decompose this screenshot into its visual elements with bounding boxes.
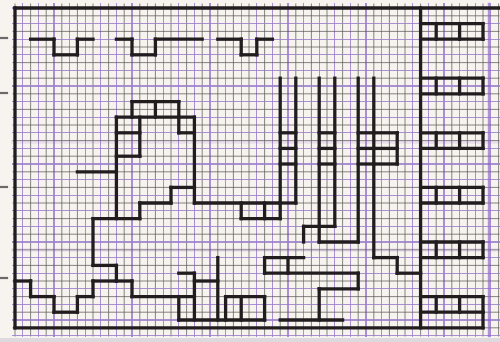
hen-motif-chart-canvas bbox=[0, 0, 500, 342]
scanned-knitting-chart-page: Hen motif chart with zigzag top and bott… bbox=[0, 0, 500, 342]
